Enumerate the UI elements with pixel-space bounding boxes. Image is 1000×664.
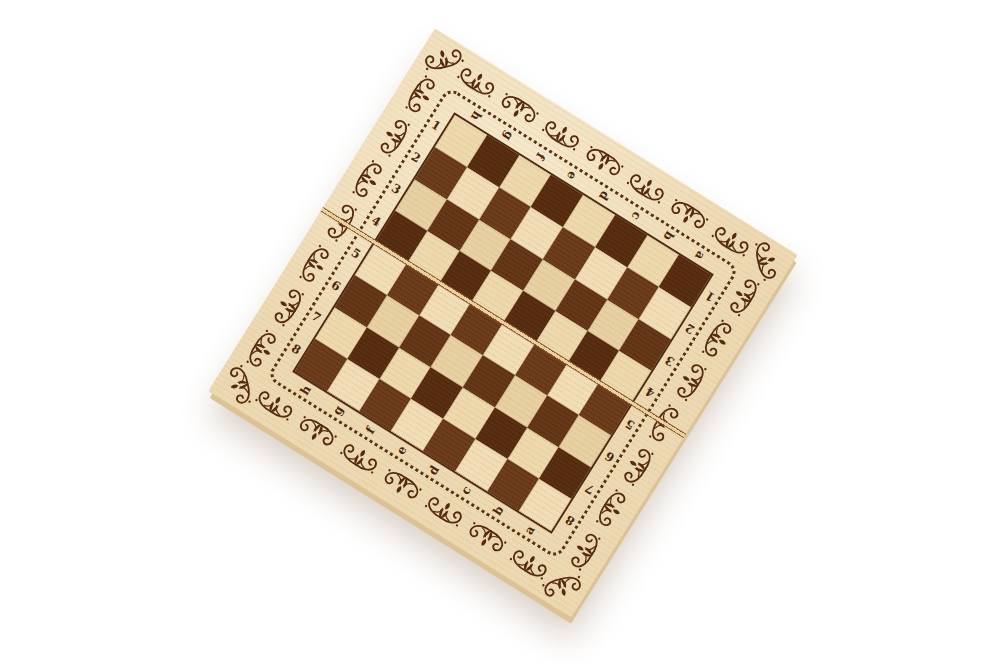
chess-board: hgfedcba hgfedcba 12345678 12345678 (208, 28, 798, 618)
photo-background: hgfedcba hgfedcba 12345678 12345678 (0, 0, 1000, 664)
